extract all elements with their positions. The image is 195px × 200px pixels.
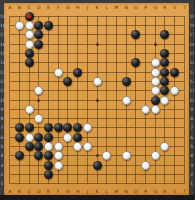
coord-label-right: 5 (190, 144, 195, 149)
hoshi-point (96, 99, 99, 102)
coord-label-top: J (83, 5, 91, 10)
last-move-marker (27, 15, 31, 19)
coord-label-top: M (112, 5, 120, 10)
coord-label-bottom: P (142, 189, 150, 194)
coord-label-left: 16 (0, 42, 4, 47)
coord-label-left: 13 (0, 70, 4, 75)
coord-label-right: 18 (190, 23, 195, 28)
coord-label-left: 5 (0, 144, 4, 149)
coord-label-right: 19 (190, 14, 195, 19)
black-stone[interactable] (93, 161, 102, 170)
coord-label-left: 10 (0, 98, 4, 103)
grid-line-horizontal (10, 183, 185, 184)
hoshi-point (96, 154, 99, 157)
white-stone[interactable] (151, 105, 160, 114)
coord-label-top: S (171, 5, 179, 10)
white-stone[interactable] (15, 21, 24, 30)
grid-line-vertical (135, 16, 136, 183)
white-stone[interactable] (151, 151, 160, 160)
white-stone[interactable] (25, 30, 34, 39)
coord-label-right: 15 (190, 51, 195, 56)
coord-label-right: 12 (190, 79, 195, 84)
coord-label-left: 4 (0, 153, 4, 158)
coord-label-right: 7 (190, 125, 195, 130)
coord-label-bottom: B (15, 189, 23, 194)
black-stone[interactable] (151, 96, 160, 105)
black-stone[interactable] (25, 142, 34, 151)
coord-label-left: 17 (0, 32, 4, 37)
coord-label-top: A (6, 5, 14, 10)
white-stone[interactable] (25, 40, 34, 49)
coord-label-bottom: G (64, 189, 72, 194)
grid-line-vertical (145, 16, 146, 183)
white-stone[interactable] (151, 86, 160, 95)
black-stone[interactable] (44, 133, 53, 142)
coord-label-right: 10 (190, 98, 195, 103)
coord-label-top: F (54, 5, 62, 10)
coord-label-left: 18 (0, 23, 4, 28)
coord-label-right: 6 (190, 135, 195, 140)
black-stone[interactable] (160, 68, 169, 77)
coord-label-bottom: J (83, 189, 91, 194)
black-stone[interactable] (122, 77, 131, 86)
white-stone[interactable] (44, 142, 53, 151)
coord-label-top: C (25, 5, 33, 10)
coord-label-left: 8 (0, 116, 4, 121)
coord-label-top: Q (151, 5, 159, 10)
black-stone[interactable] (25, 123, 34, 132)
coord-label-top: E (45, 5, 53, 10)
coord-label-bottom: L (103, 189, 111, 194)
coord-label-left: 11 (0, 88, 4, 93)
black-stone[interactable] (170, 68, 179, 77)
coord-label-bottom: O (132, 189, 140, 194)
coord-label-left: 12 (0, 79, 4, 84)
white-stone[interactable] (151, 68, 160, 77)
black-stone[interactable] (44, 170, 53, 179)
coord-label-bottom: S (171, 189, 179, 194)
coord-label-top: R (161, 5, 169, 10)
coord-label-bottom: M (112, 189, 120, 194)
coord-label-top: L (103, 5, 111, 10)
coord-label-right: 14 (190, 60, 195, 65)
coord-label-right: 9 (190, 107, 195, 112)
coord-label-bottom: C (25, 189, 33, 194)
white-stone[interactable] (54, 161, 63, 170)
coord-label-right: 16 (190, 42, 195, 47)
coord-label-bottom: R (161, 189, 169, 194)
coord-label-left: 9 (0, 107, 4, 112)
black-stone[interactable] (73, 68, 82, 77)
coord-label-left: 19 (0, 14, 4, 19)
coord-label-bottom: H (74, 189, 82, 194)
coord-label-top: D (35, 5, 43, 10)
coord-label-top: P (142, 5, 150, 10)
coord-label-top: T (180, 5, 188, 10)
coord-label-top: H (74, 5, 82, 10)
coord-label-right: 4 (190, 153, 195, 158)
white-stone[interactable] (25, 105, 34, 114)
coord-label-left: 1 (0, 181, 4, 186)
coord-label-left: 14 (0, 60, 4, 65)
coord-label-left: 2 (0, 172, 4, 177)
grid-line-horizontal (10, 174, 185, 175)
black-stone[interactable] (73, 133, 82, 142)
white-stone[interactable] (122, 96, 131, 105)
coord-label-bottom: D (35, 189, 43, 194)
coord-label-bottom: T (180, 189, 188, 194)
black-stone[interactable] (15, 133, 24, 142)
coord-label-top: G (64, 5, 72, 10)
coord-label-right: 2 (190, 172, 195, 177)
hoshi-point (37, 99, 40, 102)
go-app-window: ABCDEFGHJKLMNOPQRSTABCDEFGHJKLMNOPQRST19… (0, 0, 194, 200)
black-stone[interactable] (34, 133, 43, 142)
white-stone[interactable] (122, 151, 131, 160)
coord-label-right: 3 (190, 163, 195, 168)
coord-label-bottom: A (6, 189, 14, 194)
grid-line-vertical (116, 16, 117, 183)
white-stone[interactable] (151, 58, 160, 67)
coord-label-right: 17 (190, 32, 195, 37)
white-stone[interactable] (54, 142, 63, 151)
black-stone[interactable] (34, 40, 43, 49)
window-bottom-bar (0, 195, 194, 200)
coord-label-top: K (93, 5, 101, 10)
coord-label-bottom: N (122, 189, 130, 194)
white-stone[interactable] (93, 77, 102, 86)
coord-label-top: N (122, 5, 130, 10)
hoshi-point (96, 43, 99, 46)
white-stone[interactable] (25, 133, 34, 142)
coord-label-left: 7 (0, 125, 4, 130)
coord-label-left: 3 (0, 163, 4, 168)
grid-line-vertical (174, 16, 175, 183)
coord-label-left: 6 (0, 135, 4, 140)
coord-label-left: 15 (0, 51, 4, 56)
black-stone[interactable] (25, 58, 34, 67)
coord-label-right: 1 (190, 181, 195, 186)
white-stone[interactable] (141, 105, 150, 114)
coord-label-right: 11 (190, 88, 195, 93)
coord-label-right: 8 (190, 116, 195, 121)
white-stone[interactable] (54, 151, 63, 160)
coord-label-right: 13 (190, 70, 195, 75)
white-stone[interactable] (25, 21, 34, 30)
grid-line-vertical (184, 16, 185, 183)
hoshi-point (154, 43, 157, 46)
coord-label-bottom: Q (151, 189, 159, 194)
grid-line-horizontal (10, 127, 185, 128)
white-stone[interactable] (160, 96, 169, 105)
coord-label-bottom: E (45, 189, 53, 194)
black-stone[interactable] (44, 161, 53, 170)
coord-label-bottom: K (93, 189, 101, 194)
white-stone[interactable] (141, 161, 150, 170)
coord-label-top: B (15, 5, 23, 10)
black-stone[interactable] (25, 49, 34, 58)
coord-label-bottom: F (54, 189, 62, 194)
coord-label-top: O (132, 5, 140, 10)
white-stone[interactable] (151, 77, 160, 86)
white-stone[interactable] (54, 68, 63, 77)
white-stone[interactable] (83, 142, 92, 151)
